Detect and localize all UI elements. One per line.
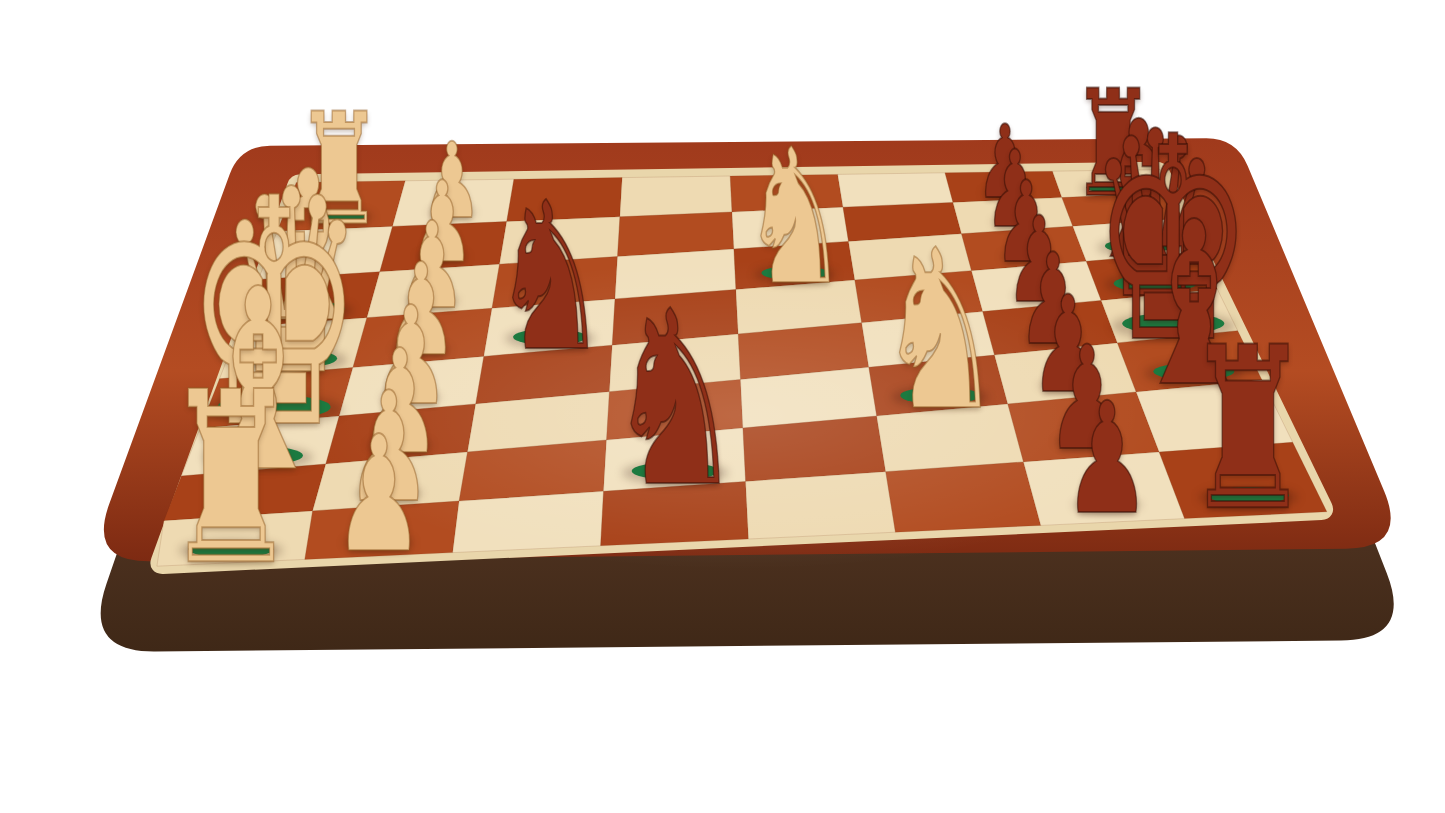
piece-white-rook-h1[interactable]: ♜ [163,361,299,598]
piece-red-knight-d3[interactable]: ♞ [491,175,608,379]
piece-red-pawn-h7[interactable]: ♟ [1063,382,1151,536]
piece-red-knight-g4[interactable]: ♞ [606,280,744,521]
chess-photo-scene: ♜♝♛♚♝♜♞♞♟♟♟♟♟♟♟♟♜♝♛♚♝♜♞♞♟♟♟♟♟♟♟♟ [0,0,1445,813]
square-a4[interactable] [620,176,732,217]
square-a6[interactable] [838,173,953,207]
piece-red-rook-h8[interactable]: ♜ [1184,318,1312,542]
piece-white-knight-c5[interactable]: ♞ [741,125,848,312]
piece-white-pawn-h2[interactable]: ♟ [333,415,425,575]
piece-white-knight-f6[interactable]: ♞ [877,221,1003,441]
